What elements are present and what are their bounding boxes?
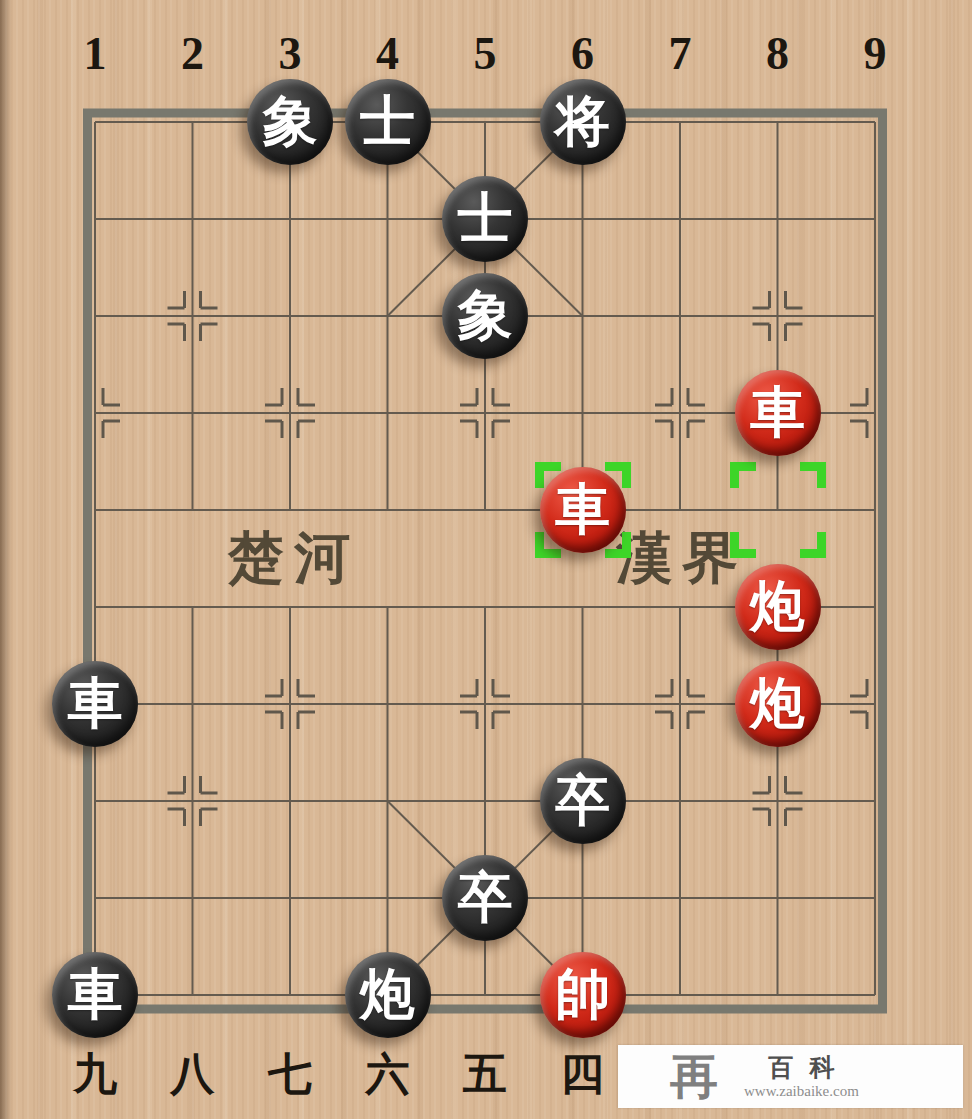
piece-black-general[interactable]: 将 [540, 79, 626, 165]
xiangqi-app: 123456789 九八七六五四 楚河 漢界 象士将士象車車炮車炮卒卒車炮帥 再… [0, 0, 972, 1119]
piece-black-soldier[interactable]: 卒 [442, 855, 528, 941]
piece-black-advisor[interactable]: 士 [442, 176, 528, 262]
piece-black-cannon[interactable]: 炮 [345, 952, 431, 1038]
piece-red-chariot[interactable]: 車 [540, 467, 626, 553]
bracket-corner-bl [730, 532, 756, 558]
watermark-title: 百科 [768, 1054, 850, 1082]
file-label-top-5: 5 [436, 24, 534, 84]
piece-black-soldier[interactable]: 卒 [540, 758, 626, 844]
file-label-bottom-4: 六 [339, 1046, 437, 1104]
file-label-bottom-3: 七 [241, 1046, 339, 1104]
file-label-bottom-1: 九 [46, 1046, 144, 1104]
piece-black-advisor[interactable]: 士 [345, 79, 431, 165]
piece-black-chariot[interactable]: 車 [52, 952, 138, 1038]
file-label-bottom-5: 五 [436, 1046, 534, 1104]
bracket-corner-br [800, 532, 826, 558]
watermark: 再 百科 www.zaibaike.com [618, 1045, 963, 1108]
file-label-top-3: 3 [241, 24, 339, 84]
watermark-text-block: 百科 www.zaibaike.com [744, 1054, 859, 1100]
file-label-top-1: 1 [46, 24, 144, 84]
river-label-han-jie: 漢界 [616, 527, 748, 589]
piece-black-elephant[interactable]: 象 [442, 273, 528, 359]
piece-red-general[interactable]: 帥 [540, 952, 626, 1038]
piece-red-chariot[interactable]: 車 [735, 370, 821, 456]
selection-bracket-2[interactable] [730, 462, 826, 558]
watermark-logo: 再 [670, 1053, 718, 1101]
piece-black-chariot[interactable]: 車 [52, 661, 138, 747]
bracket-corner-tr [800, 462, 826, 488]
bracket-corner-tl [730, 462, 756, 488]
file-label-top-8: 8 [729, 24, 827, 84]
file-label-top-4: 4 [339, 24, 437, 84]
left-edge-shadow [0, 0, 12, 1119]
file-label-top-6: 6 [534, 24, 632, 84]
piece-red-cannon[interactable]: 炮 [735, 661, 821, 747]
river-label-chu-he: 楚河 [228, 527, 360, 589]
file-label-bottom-6: 四 [534, 1046, 632, 1104]
file-label-top-7: 7 [631, 24, 729, 84]
watermark-url: www.zaibaike.com [744, 1084, 859, 1099]
file-label-bottom-2: 八 [144, 1046, 242, 1104]
file-label-top-2: 2 [144, 24, 242, 84]
piece-black-elephant[interactable]: 象 [247, 79, 333, 165]
xiangqi-board[interactable] [0, 0, 972, 1119]
piece-red-cannon[interactable]: 炮 [735, 564, 821, 650]
file-label-top-9: 9 [826, 24, 924, 84]
